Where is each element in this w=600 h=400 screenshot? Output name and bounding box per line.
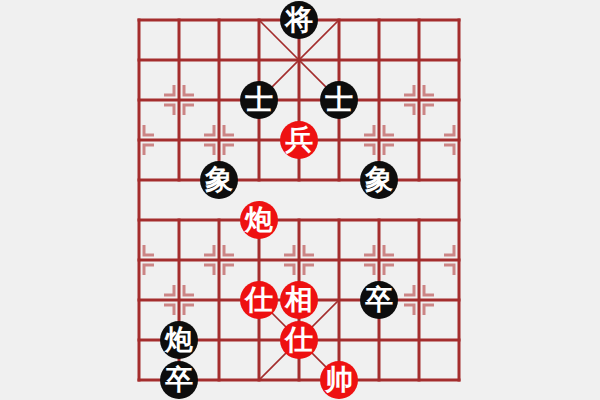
pieces-layer: 将士士兵象象炮仕相卒炮仕卒帅	[139, 20, 459, 380]
xiangqi-board: 将士士兵象象炮仕相卒炮仕卒帅	[139, 20, 459, 380]
app-background: 将士士兵象象炮仕相卒炮仕卒帅	[0, 0, 600, 400]
piece-black-general[interactable]: 将	[280, 1, 318, 39]
piece-red-advisor[interactable]: 仕	[240, 281, 278, 319]
piece-red-cannon[interactable]: 炮	[240, 201, 278, 239]
piece-black-elephant[interactable]: 象	[200, 161, 238, 199]
piece-black-soldier[interactable]: 卒	[360, 281, 398, 319]
piece-black-cannon[interactable]: 炮	[160, 321, 198, 359]
piece-black-soldier[interactable]: 卒	[160, 361, 198, 399]
piece-red-soldier[interactable]: 兵	[280, 121, 318, 159]
piece-red-elephant[interactable]: 相	[280, 281, 318, 319]
piece-black-elephant[interactable]: 象	[360, 161, 398, 199]
piece-red-advisor[interactable]: 仕	[280, 321, 318, 359]
piece-black-advisor[interactable]: 士	[240, 81, 278, 119]
piece-red-general[interactable]: 帅	[320, 361, 358, 399]
piece-black-advisor[interactable]: 士	[320, 81, 358, 119]
